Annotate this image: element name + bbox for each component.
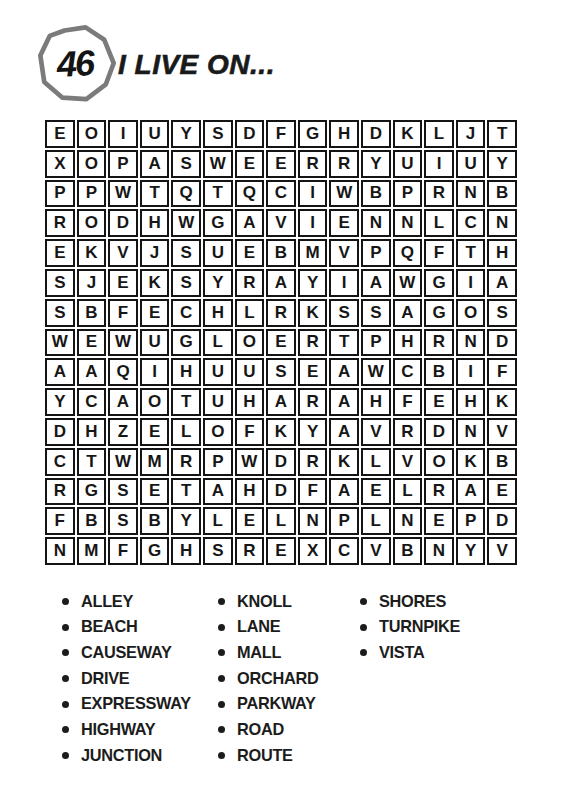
grid-cell-r7c10[interactable]: S [329, 299, 359, 327]
grid-cell-r13c15[interactable]: E [487, 478, 517, 506]
word-item: ALLEY [62, 593, 195, 610]
grid-cell-r5c13[interactable]: F [424, 239, 454, 267]
grid-cell-r1c13[interactable]: L [424, 120, 454, 148]
grid-cell-r1c1[interactable]: E [45, 120, 75, 148]
grid-cell-r15c6[interactable]: S [203, 537, 233, 565]
word-label: LANE [237, 617, 280, 637]
grid-cell-r4c2[interactable]: O [77, 209, 107, 237]
bullet-icon [218, 726, 225, 733]
grid-cell-r2c11[interactable]: Y [361, 150, 391, 178]
grid-cell-r14c14[interactable]: P [456, 507, 486, 535]
grid-cell-r2c3[interactable]: P [108, 150, 138, 178]
grid-cell-r9c7[interactable]: U [235, 358, 265, 386]
grid-cell-r10c4[interactable]: O [140, 388, 170, 416]
grid-cell-r8c5[interactable]: G [171, 329, 201, 357]
bullet-icon [62, 624, 69, 631]
grid-cell-r13c11[interactable]: E [361, 478, 391, 506]
grid-cell-r11c15[interactable]: V [487, 418, 517, 446]
word-label: TURNPIKE [379, 617, 460, 637]
bullet-icon [218, 752, 225, 759]
grid-cell-r11c14[interactable]: N [456, 418, 486, 446]
grid-cell-r2c9[interactable]: R [298, 150, 328, 178]
grid-cell-r8c7[interactable]: O [235, 329, 265, 357]
grid-cell-r12c11[interactable]: L [361, 448, 391, 476]
word-item: KNOLL [218, 593, 322, 610]
grid-cell-r13c12[interactable]: L [393, 478, 423, 506]
grid-cell-r11c5[interactable]: L [171, 418, 201, 446]
grid-cell-r1c5[interactable]: Y [171, 120, 201, 148]
grid-cell-r5c2[interactable]: K [77, 239, 107, 267]
grid-cell-r10c2[interactable]: C [77, 388, 107, 416]
grid-cell-r12c15[interactable]: B [487, 448, 517, 476]
grid-cell-r15c8[interactable]: E [266, 537, 296, 565]
word-item: LANE [218, 619, 322, 636]
grid-cell-r11c1[interactable]: D [45, 418, 75, 446]
grid-cell-r8c6[interactable]: L [203, 329, 233, 357]
bullet-icon [218, 624, 225, 631]
grid-cell-r2c4[interactable]: A [140, 150, 170, 178]
grid-cell-r1c15[interactable]: T [487, 120, 517, 148]
word-item: EXPRESSWAY [62, 696, 195, 713]
grid-cell-r2c12[interactable]: U [393, 150, 423, 178]
grid-cell-r9c8[interactable]: S [266, 358, 296, 386]
grid-cell-r6c3[interactable]: E [108, 269, 138, 297]
grid-cell-r7c9[interactable]: K [298, 299, 328, 327]
grid-cell-r9c13[interactable]: B [424, 358, 454, 386]
grid-cell-r3c11[interactable]: B [361, 180, 391, 208]
grid-cell-r6c7[interactable]: R [235, 269, 265, 297]
grid-cell-r14c6[interactable]: L [203, 507, 233, 535]
grid-cell-r10c13[interactable]: E [424, 388, 454, 416]
bullet-icon [62, 752, 69, 759]
bullet-icon [360, 598, 367, 605]
word-label: KNOLL [237, 592, 292, 612]
grid-cell-r9c6[interactable]: U [203, 358, 233, 386]
grid-cell-r11c2[interactable]: H [77, 418, 107, 446]
grid-cell-r12c7[interactable]: W [235, 448, 265, 476]
grid-cell-r11c12[interactable]: R [393, 418, 423, 446]
grid-cell-r7c1[interactable]: S [45, 299, 75, 327]
grid-cell-r2c2[interactable]: O [77, 150, 107, 178]
grid-cell-r14c12[interactable]: N [393, 507, 423, 535]
grid-cell-r9c2[interactable]: A [77, 358, 107, 386]
grid-cell-r14c4[interactable]: B [140, 507, 170, 535]
grid-cell-r2c14[interactable]: U [456, 150, 486, 178]
grid-cell-r3c3[interactable]: W [108, 180, 138, 208]
grid-cell-r9c12[interactable]: C [393, 358, 423, 386]
grid-cell-r12c13[interactable]: O [424, 448, 454, 476]
grid-cell-r13c6[interactable]: A [203, 478, 233, 506]
grid-cell-r2c10[interactable]: R [329, 150, 359, 178]
grid-cell-r10c9[interactable]: R [298, 388, 328, 416]
grid-cell-r6c14[interactable]: I [456, 269, 486, 297]
grid-cell-r3c8[interactable]: C [266, 180, 296, 208]
grid-cell-r6c13[interactable]: G [424, 269, 454, 297]
grid-cell-r7c7[interactable]: L [235, 299, 265, 327]
word-list-column-3: SHORESTURNPIKEVISTA [360, 593, 464, 670]
grid-cell-r3c10[interactable]: W [329, 180, 359, 208]
grid-cell-r12c9[interactable]: R [298, 448, 328, 476]
grid-cell-r4c9[interactable]: I [298, 209, 328, 237]
grid-cell-r5c7[interactable]: E [235, 239, 265, 267]
grid-cell-r1c12[interactable]: K [393, 120, 423, 148]
grid-cell-r4c3[interactable]: D [108, 209, 138, 237]
grid-cell-r13c2[interactable]: G [77, 478, 107, 506]
grid-cell-r5c9[interactable]: M [298, 239, 328, 267]
grid-cell-r4c1[interactable]: R [45, 209, 75, 237]
grid-cell-r8c14[interactable]: N [456, 329, 486, 357]
grid-cell-r1c3[interactable]: I [108, 120, 138, 148]
grid-cell-r10c15[interactable]: K [487, 388, 517, 416]
grid-cell-r13c10[interactable]: A [329, 478, 359, 506]
grid-cell-r3c7[interactable]: Q [235, 180, 265, 208]
grid-cell-r9c1[interactable]: A [45, 358, 75, 386]
grid-cell-r9c5[interactable]: H [171, 358, 201, 386]
word-label: ORCHARD [237, 669, 318, 689]
grid-cell-r15c13[interactable]: N [424, 537, 454, 565]
word-item: BEACH [62, 619, 195, 636]
puzzle-number: 46 [36, 23, 118, 105]
grid-cell-r13c13[interactable]: R [424, 478, 454, 506]
grid-cell-r1c6[interactable]: S [203, 120, 233, 148]
bullet-icon [218, 701, 225, 708]
grid-cell-r13c7[interactable]: H [235, 478, 265, 506]
grid-cell-r9c4[interactable]: I [140, 358, 170, 386]
grid-cell-r7c5[interactable]: C [171, 299, 201, 327]
grid-cell-r9c3[interactable]: Q [108, 358, 138, 386]
grid-cell-r8c9[interactable]: R [298, 329, 328, 357]
grid-cell-r1c7[interactable]: D [235, 120, 265, 148]
grid-cell-r8c15[interactable]: D [487, 329, 517, 357]
grid-cell-r10c1[interactable]: Y [45, 388, 75, 416]
word-label: EXPRESSWAY [81, 694, 191, 714]
grid-cell-r3c1[interactable]: P [45, 180, 75, 208]
grid-cell-r6c12[interactable]: W [393, 269, 423, 297]
grid-cell-r5c3[interactable]: V [108, 239, 138, 267]
grid-cell-r1c8[interactable]: F [266, 120, 296, 148]
bullet-icon [360, 624, 367, 631]
grid-cell-r8c10[interactable]: T [329, 329, 359, 357]
grid-cell-r7c8[interactable]: R [266, 299, 296, 327]
grid-cell-r9c11[interactable]: W [361, 358, 391, 386]
grid-cell-r8c1[interactable]: W [45, 329, 75, 357]
grid-cell-r3c4[interactable]: T [140, 180, 170, 208]
grid-cell-r7c12[interactable]: A [393, 299, 423, 327]
grid-cell-r11c7[interactable]: F [235, 418, 265, 446]
grid-cell-r14c8[interactable]: L [266, 507, 296, 535]
grid-cell-r11c4[interactable]: E [140, 418, 170, 446]
grid-cell-r8c12[interactable]: H [393, 329, 423, 357]
grid-cell-r12c12[interactable]: V [393, 448, 423, 476]
grid-cell-r2c7[interactable]: E [235, 150, 265, 178]
grid-cell-r13c3[interactable]: S [108, 478, 138, 506]
grid-cell-r8c4[interactable]: U [140, 329, 170, 357]
grid-cell-r3c5[interactable]: Q [171, 180, 201, 208]
grid-cell-r1c11[interactable]: D [361, 120, 391, 148]
grid-cell-r15c3[interactable]: F [108, 537, 138, 565]
grid-cell-r12c2[interactable]: T [77, 448, 107, 476]
grid-cell-r6c10[interactable]: I [329, 269, 359, 297]
word-list-column-2: KNOLLLANEMALLORCHARDPARKWAYROADROUTE [218, 593, 322, 773]
word-item: TURNPIKE [360, 619, 464, 636]
grid-cell-r14c9[interactable]: N [298, 507, 328, 535]
worksheet-page: 46 I LIVE ON... EOIUYSDFGHDKLJTXOPASWEER… [0, 0, 565, 800]
grid-cell-r2c15[interactable]: Y [487, 150, 517, 178]
grid-cell-r1c2[interactable]: O [77, 120, 107, 148]
grid-cell-r4c15[interactable]: N [487, 209, 517, 237]
bullet-icon [62, 726, 69, 733]
word-label: DRIVE [81, 669, 129, 689]
grid-cell-r10c8[interactable]: A [266, 388, 296, 416]
grid-cell-r13c1[interactable]: R [45, 478, 75, 506]
word-label: SHORES [379, 592, 446, 612]
grid-cell-r5c11[interactable]: P [361, 239, 391, 267]
grid-cell-r1c4[interactable]: U [140, 120, 170, 148]
grid-cell-r15c2[interactable]: M [77, 537, 107, 565]
grid-cell-r1c9[interactable]: G [298, 120, 328, 148]
bullet-icon [62, 701, 69, 708]
grid-cell-r6c6[interactable]: Y [203, 269, 233, 297]
grid-cell-r7c6[interactable]: H [203, 299, 233, 327]
word-label: ALLEY [81, 592, 133, 612]
grid-cell-r15c10[interactable]: C [329, 537, 359, 565]
grid-cell-r6c1[interactable]: S [45, 269, 75, 297]
grid-cell-r10c3[interactable]: A [108, 388, 138, 416]
grid-cell-r15c12[interactable]: B [393, 537, 423, 565]
grid-cell-r5c1[interactable]: E [45, 239, 75, 267]
grid-cell-r4c5[interactable]: W [171, 209, 201, 237]
grid-cell-r8c8[interactable]: E [266, 329, 296, 357]
grid-cell-r6c9[interactable]: Y [298, 269, 328, 297]
grid-cell-r3c15[interactable]: B [487, 180, 517, 208]
word-item: ORCHARD [218, 670, 322, 687]
word-search-grid: EOIUYSDFGHDKLJTXOPASWEERRYUIUYPPWTQTQCIW… [45, 120, 517, 565]
grid-cell-r8c3[interactable]: W [108, 329, 138, 357]
word-label: ROAD [237, 720, 284, 740]
grid-cell-r6c5[interactable]: S [171, 269, 201, 297]
grid-cell-r14c2[interactable]: B [77, 507, 107, 535]
grid-cell-r9c14[interactable]: I [456, 358, 486, 386]
grid-cell-r15c14[interactable]: Y [456, 537, 486, 565]
grid-cell-r10c12[interactable]: F [393, 388, 423, 416]
word-item: SHORES [360, 593, 464, 610]
grid-cell-r13c4[interactable]: E [140, 478, 170, 506]
grid-cell-r12c5[interactable]: R [171, 448, 201, 476]
grid-cell-r3c13[interactable]: R [424, 180, 454, 208]
grid-cell-r8c2[interactable]: E [77, 329, 107, 357]
grid-cell-r12c6[interactable]: P [203, 448, 233, 476]
grid-cell-r14c3[interactable]: S [108, 507, 138, 535]
grid-cell-r4c14[interactable]: C [456, 209, 486, 237]
grid-cell-r4c13[interactable]: L [424, 209, 454, 237]
grid-cell-r4c10[interactable]: E [329, 209, 359, 237]
grid-cell-r7c4[interactable]: E [140, 299, 170, 327]
grid-cell-r5c12[interactable]: Q [393, 239, 423, 267]
grid-cell-r13c9[interactable]: F [298, 478, 328, 506]
word-item: MALL [218, 644, 322, 661]
grid-cell-r7c14[interactable]: O [456, 299, 486, 327]
word-label: ROUTE [237, 746, 293, 766]
grid-cell-r3c2[interactable]: P [77, 180, 107, 208]
grid-cell-r14c13[interactable]: E [424, 507, 454, 535]
grid-cell-r15c11[interactable]: V [361, 537, 391, 565]
word-item: PARKWAY [218, 696, 322, 713]
grid-cell-r10c10[interactable]: A [329, 388, 359, 416]
grid-cell-r4c12[interactable]: N [393, 209, 423, 237]
grid-cell-r11c10[interactable]: A [329, 418, 359, 446]
grid-cell-r2c13[interactable]: I [424, 150, 454, 178]
grid-cell-r3c14[interactable]: N [456, 180, 486, 208]
grid-cell-r12c8[interactable]: D [266, 448, 296, 476]
bullet-icon [62, 675, 69, 682]
bullet-icon [218, 675, 225, 682]
grid-cell-r5c10[interactable]: V [329, 239, 359, 267]
grid-cell-r9c9[interactable]: E [298, 358, 328, 386]
grid-cell-r13c14[interactable]: A [456, 478, 486, 506]
grid-cell-r14c11[interactable]: L [361, 507, 391, 535]
word-item: DRIVE [62, 670, 195, 687]
grid-cell-r8c13[interactable]: R [424, 329, 454, 357]
grid-cell-r11c13[interactable]: D [424, 418, 454, 446]
word-item: HIGHWAY [62, 721, 195, 738]
grid-cell-r7c13[interactable]: G [424, 299, 454, 327]
grid-cell-r7c15[interactable]: S [487, 299, 517, 327]
word-label: JUNCTION [81, 746, 162, 766]
grid-cell-r7c3[interactable]: F [108, 299, 138, 327]
grid-cell-r3c12[interactable]: P [393, 180, 423, 208]
grid-cell-r13c8[interactable]: D [266, 478, 296, 506]
bullet-icon [62, 598, 69, 605]
word-label: CAUSEWAY [81, 643, 172, 663]
grid-cell-r10c14[interactable]: H [456, 388, 486, 416]
word-label: HIGHWAY [81, 720, 155, 740]
grid-cell-r12c3[interactable]: W [108, 448, 138, 476]
word-item: ROAD [218, 721, 322, 738]
word-label: VISTA [379, 643, 424, 663]
grid-cell-r14c15[interactable]: D [487, 507, 517, 535]
grid-cell-r14c5[interactable]: Y [171, 507, 201, 535]
grid-cell-r10c11[interactable]: H [361, 388, 391, 416]
word-label: PARKWAY [237, 694, 316, 714]
grid-cell-r11c9[interactable]: Y [298, 418, 328, 446]
grid-cell-r6c11[interactable]: A [361, 269, 391, 297]
grid-cell-r5c6[interactable]: U [203, 239, 233, 267]
grid-cell-r6c2[interactable]: J [77, 269, 107, 297]
grid-cell-r7c11[interactable]: S [361, 299, 391, 327]
grid-cell-r10c5[interactable]: T [171, 388, 201, 416]
grid-cell-r4c6[interactable]: G [203, 209, 233, 237]
grid-cell-r1c14[interactable]: J [456, 120, 486, 148]
grid-cell-r14c1[interactable]: F [45, 507, 75, 535]
bullet-icon [360, 649, 367, 656]
grid-cell-r14c7[interactable]: E [235, 507, 265, 535]
bullet-icon [218, 598, 225, 605]
grid-cell-r14c10[interactable]: P [329, 507, 359, 535]
grid-cell-r12c4[interactable]: M [140, 448, 170, 476]
grid-cell-r6c4[interactable]: K [140, 269, 170, 297]
word-label: MALL [237, 643, 281, 663]
grid-cell-r3c6[interactable]: T [203, 180, 233, 208]
page-title: I LIVE ON... [118, 49, 275, 81]
grid-cell-r15c9[interactable]: X [298, 537, 328, 565]
bullet-icon [218, 649, 225, 656]
bullet-icon [62, 649, 69, 656]
grid-cell-r2c8[interactable]: E [266, 150, 296, 178]
grid-cell-r6c8[interactable]: A [266, 269, 296, 297]
grid-cell-r15c7[interactable]: R [235, 537, 265, 565]
grid-cell-r5c4[interactable]: J [140, 239, 170, 267]
grid-cell-r10c6[interactable]: U [203, 388, 233, 416]
grid-cell-r5c5[interactable]: S [171, 239, 201, 267]
grid-cell-r4c8[interactable]: V [266, 209, 296, 237]
grid-cell-r15c5[interactable]: H [171, 537, 201, 565]
grid-cell-r13c5[interactable]: T [171, 478, 201, 506]
word-item: ROUTE [218, 747, 322, 764]
grid-cell-r15c15[interactable]: V [487, 537, 517, 565]
grid-cell-r15c4[interactable]: G [140, 537, 170, 565]
grid-cell-r7c2[interactable]: B [77, 299, 107, 327]
grid-cell-r12c14[interactable]: K [456, 448, 486, 476]
grid-cell-r2c6[interactable]: W [203, 150, 233, 178]
grid-cell-r9c15[interactable]: F [487, 358, 517, 386]
grid-cell-r5c15[interactable]: H [487, 239, 517, 267]
grid-cell-r4c11[interactable]: N [361, 209, 391, 237]
word-item: CAUSEWAY [62, 644, 195, 661]
word-item: JUNCTION [62, 747, 195, 764]
grid-cell-r5c14[interactable]: T [456, 239, 486, 267]
grid-cell-r1c10[interactable]: H [329, 120, 359, 148]
grid-cell-r2c1[interactable]: X [45, 150, 75, 178]
grid-cell-r8c11[interactable]: P [361, 329, 391, 357]
grid-cell-r4c7[interactable]: A [235, 209, 265, 237]
grid-cell-r12c1[interactable]: C [45, 448, 75, 476]
grid-cell-r6c15[interactable]: A [487, 269, 517, 297]
word-label: BEACH [81, 617, 138, 637]
word-list-column-1: ALLEYBEACHCAUSEWAYDRIVEEXPRESSWAYHIGHWAY… [62, 593, 195, 773]
grid-cell-r11c8[interactable]: K [266, 418, 296, 446]
grid-cell-r5c8[interactable]: B [266, 239, 296, 267]
grid-cell-r9c10[interactable]: A [329, 358, 359, 386]
grid-cell-r12c10[interactable]: K [329, 448, 359, 476]
word-item: VISTA [360, 644, 464, 661]
grid-cell-r4c4[interactable]: H [140, 209, 170, 237]
grid-cell-r15c1[interactable]: N [45, 537, 75, 565]
grid-cell-r10c7[interactable]: H [235, 388, 265, 416]
grid-cell-r11c6[interactable]: O [203, 418, 233, 446]
grid-cell-r2c5[interactable]: S [171, 150, 201, 178]
grid-cell-r11c11[interactable]: V [361, 418, 391, 446]
grid-cell-r3c9[interactable]: I [298, 180, 328, 208]
grid-cell-r11c3[interactable]: Z [108, 418, 138, 446]
